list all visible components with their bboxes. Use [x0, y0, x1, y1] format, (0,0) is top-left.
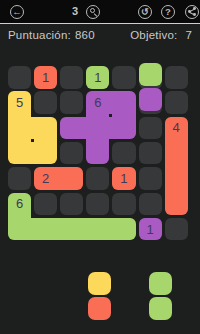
board-cell-r0c6: [165, 66, 188, 89]
board-cell-r3c5: [139, 142, 162, 165]
purple-1-bottom-cell: [139, 218, 162, 241]
green-6-joint: [46, 218, 72, 241]
green-6-joint: [98, 218, 124, 241]
red-1-top-cell: [34, 66, 57, 89]
board-cell-r5c3: [86, 193, 109, 216]
green-6-joint: [20, 218, 46, 241]
purple-6-joint: [86, 128, 109, 153]
board-cell-r3c4: [112, 142, 135, 165]
board-cell-r1c1: [34, 91, 57, 114]
board-cell-r0c2: [60, 66, 83, 89]
yellow-5-joint: [20, 142, 46, 165]
red-1-mid-cell: [112, 167, 135, 190]
board-cell-r5c4: [112, 193, 135, 216]
red-4-joint: [165, 153, 188, 178]
tray-piece-1-cell-2[interactable]: [88, 297, 111, 320]
board-cell-r1c6: [165, 91, 188, 114]
green-falling-cell: [139, 63, 162, 86]
board-cell-r0c0: [8, 66, 31, 89]
board-cell-r4c0: [8, 167, 31, 190]
board-cell-r4c5: [139, 167, 162, 190]
board-cell-r0c4: [112, 66, 135, 89]
board-cell-r2c5: [139, 117, 162, 140]
board-cell-r5c2: [60, 193, 83, 216]
board-cell-r5c1: [34, 193, 57, 216]
red-4-joint: [165, 128, 188, 153]
tray-piece-2-cell-2[interactable]: [149, 297, 172, 320]
board-cell-r1c2: [60, 91, 83, 114]
green-1-top-cell: [86, 66, 109, 89]
green-6-joint: [72, 218, 98, 241]
board-cell-r4c3: [86, 167, 109, 190]
tray-piece-2-cell-1[interactable]: [149, 272, 172, 295]
board-cell-r5c5: [139, 193, 162, 216]
board-cell-r6c6: [165, 218, 188, 241]
board-cell-r3c2: [60, 142, 83, 165]
purple-falling-cell: [139, 88, 162, 111]
board[interactable]: 115642161: [0, 0, 200, 334]
red-4-joint: [165, 179, 188, 204]
tray-piece-1-cell-1[interactable]: [88, 272, 111, 295]
red-2-joint: [46, 167, 72, 190]
